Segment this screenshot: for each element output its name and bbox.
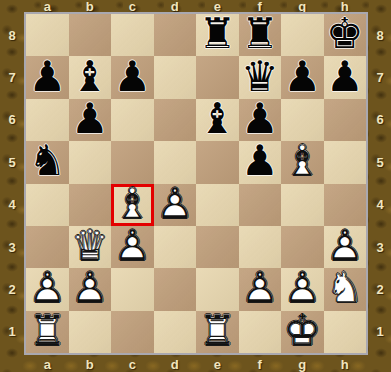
- square-b7[interactable]: ♝: [69, 56, 112, 98]
- square-b6[interactable]: ♟: [69, 99, 112, 141]
- black-rook[interactable]: ♜: [239, 14, 282, 56]
- black-rook-glyph: ♜: [196, 13, 239, 55]
- white-pawn-outline: ♙: [154, 183, 197, 225]
- white-pawn[interactable]: ♟♙: [111, 226, 154, 268]
- square-d1[interactable]: [154, 311, 197, 353]
- black-knight-glyph: ♞: [26, 140, 69, 182]
- black-pawn-glyph: ♟: [239, 140, 282, 182]
- square-g6[interactable]: [281, 99, 324, 141]
- black-knight[interactable]: ♞: [26, 141, 69, 183]
- board: ♜♜♚♟♝♟♛♟♟♟♝♟♞♟♝♗♝♗♟♙♛♕♟♙♟♙♟♙♟♙♟♙♟♙♞♘♜♖♜♖…: [24, 12, 368, 355]
- file-label-b: b: [69, 0, 112, 12]
- square-f3[interactable]: [239, 226, 282, 268]
- square-d3[interactable]: [154, 226, 197, 268]
- black-bishop[interactable]: ♝: [196, 99, 239, 141]
- square-c6[interactable]: [111, 99, 154, 141]
- square-d8[interactable]: [154, 14, 197, 56]
- file-label-a: a: [26, 0, 69, 12]
- square-b1[interactable]: [69, 311, 112, 353]
- square-e3[interactable]: [196, 226, 239, 268]
- file-label-g: g: [281, 0, 324, 12]
- square-e4[interactable]: [196, 184, 239, 226]
- black-pawn[interactable]: ♟: [26, 56, 69, 98]
- square-h1[interactable]: [324, 311, 367, 353]
- file-label-f: f: [239, 356, 282, 372]
- white-pawn[interactable]: ♟♙: [324, 226, 367, 268]
- white-rook-outline: ♖: [196, 310, 239, 352]
- rank-label-5: 5: [0, 141, 24, 183]
- white-knight-outline: ♘: [324, 267, 367, 309]
- square-h8[interactable]: ♚: [324, 14, 367, 56]
- square-h2[interactable]: ♞♘: [324, 268, 367, 310]
- rank-label-3: 3: [0, 226, 24, 268]
- square-c7[interactable]: ♟: [111, 56, 154, 98]
- square-e7[interactable]: [196, 56, 239, 98]
- rank-label-2: 2: [0, 268, 24, 310]
- black-rook-glyph: ♜: [239, 13, 282, 55]
- square-e6[interactable]: ♝: [196, 99, 239, 141]
- square-a4[interactable]: [26, 184, 69, 226]
- square-f1[interactable]: [239, 311, 282, 353]
- white-king[interactable]: ♚♔: [281, 311, 324, 353]
- square-a2[interactable]: ♟♙: [26, 268, 69, 310]
- square-b8[interactable]: [69, 14, 112, 56]
- file-labels-top: abcdefgh: [26, 0, 366, 12]
- square-c1[interactable]: [111, 311, 154, 353]
- rank-label-4: 4: [369, 184, 391, 226]
- white-queen-outline: ♕: [69, 225, 112, 267]
- square-d4[interactable]: ♟♙: [154, 184, 197, 226]
- black-bishop[interactable]: ♝: [69, 56, 112, 98]
- white-pawn-outline: ♙: [239, 267, 282, 309]
- black-rook[interactable]: ♜: [196, 14, 239, 56]
- black-pawn[interactable]: ♟: [239, 141, 282, 183]
- white-pawn-outline: ♙: [69, 267, 112, 309]
- white-queen[interactable]: ♛♕: [69, 226, 112, 268]
- black-pawn-glyph: ♟: [26, 55, 69, 97]
- rank-labels-right: 87654321: [369, 14, 391, 353]
- file-label-e: e: [196, 356, 239, 372]
- square-c4[interactable]: ♝♗: [111, 184, 154, 226]
- white-bishop-outline: ♗: [281, 140, 324, 182]
- square-d7[interactable]: [154, 56, 197, 98]
- square-f5[interactable]: ♟: [239, 141, 282, 183]
- black-pawn[interactable]: ♟: [324, 56, 367, 98]
- white-rook-outline: ♖: [26, 310, 69, 352]
- square-f8[interactable]: ♜: [239, 14, 282, 56]
- black-pawn-glyph: ♟: [69, 98, 112, 140]
- rank-labels-left: 87654321: [0, 14, 24, 353]
- rank-label-8: 8: [369, 14, 391, 56]
- white-pawn[interactable]: ♟♙: [69, 268, 112, 310]
- square-h3[interactable]: ♟♙: [324, 226, 367, 268]
- square-c5[interactable]: [111, 141, 154, 183]
- square-f2[interactable]: ♟♙: [239, 268, 282, 310]
- black-pawn[interactable]: ♟: [281, 56, 324, 98]
- square-a6[interactable]: [26, 99, 69, 141]
- black-pawn-glyph: ♟: [281, 55, 324, 97]
- square-a5[interactable]: ♞: [26, 141, 69, 183]
- white-pawn[interactable]: ♟♙: [154, 184, 197, 226]
- square-g4[interactable]: [281, 184, 324, 226]
- white-rook[interactable]: ♜♖: [196, 311, 239, 353]
- file-label-d: d: [154, 356, 197, 372]
- black-queen-glyph: ♛: [239, 55, 282, 97]
- rank-label-2: 2: [369, 268, 391, 310]
- white-bishop[interactable]: ♝♗: [111, 184, 154, 226]
- square-g3[interactable]: [281, 226, 324, 268]
- chess-app-window: abcdefgh abcdefgh 87654321 87654321 ♜♜♚♟…: [0, 0, 391, 372]
- white-rook[interactable]: ♜♖: [26, 311, 69, 353]
- square-g8[interactable]: [281, 14, 324, 56]
- square-d2[interactable]: [154, 268, 197, 310]
- square-c3[interactable]: ♟♙: [111, 226, 154, 268]
- file-label-c: c: [111, 356, 154, 372]
- file-label-b: b: [69, 356, 112, 372]
- rank-label-1: 1: [369, 311, 391, 353]
- square-g1[interactable]: ♚♔: [281, 311, 324, 353]
- rank-label-1: 1: [0, 311, 24, 353]
- square-h6[interactable]: [324, 99, 367, 141]
- rank-label-8: 8: [0, 14, 24, 56]
- square-d5[interactable]: [154, 141, 197, 183]
- square-b4[interactable]: [69, 184, 112, 226]
- white-pawn[interactable]: ♟♙: [281, 268, 324, 310]
- square-g2[interactable]: ♟♙: [281, 268, 324, 310]
- file-label-g: g: [281, 356, 324, 372]
- file-label-a: a: [26, 356, 69, 372]
- square-e2[interactable]: [196, 268, 239, 310]
- square-c2[interactable]: [111, 268, 154, 310]
- file-label-h: h: [324, 356, 367, 372]
- square-f7[interactable]: ♛: [239, 56, 282, 98]
- square-g7[interactable]: ♟: [281, 56, 324, 98]
- square-h5[interactable]: [324, 141, 367, 183]
- square-a7[interactable]: ♟: [26, 56, 69, 98]
- square-c8[interactable]: [111, 14, 154, 56]
- square-e5[interactable]: [196, 141, 239, 183]
- square-f4[interactable]: [239, 184, 282, 226]
- black-pawn[interactable]: ♟: [111, 56, 154, 98]
- white-bishop-outline: ♗: [111, 183, 154, 225]
- black-pawn-glyph: ♟: [324, 55, 367, 97]
- square-b2[interactable]: ♟♙: [69, 268, 112, 310]
- rank-label-7: 7: [369, 56, 391, 98]
- rank-label-5: 5: [369, 141, 391, 183]
- square-h7[interactable]: ♟: [324, 56, 367, 98]
- square-g5[interactable]: ♝♗: [281, 141, 324, 183]
- white-knight[interactable]: ♞♘: [324, 268, 367, 310]
- rank-label-7: 7: [0, 56, 24, 98]
- white-bishop[interactable]: ♝♗: [281, 141, 324, 183]
- square-f6[interactable]: ♟: [239, 99, 282, 141]
- rank-label-6: 6: [0, 99, 24, 141]
- square-e8[interactable]: ♜: [196, 14, 239, 56]
- white-pawn[interactable]: ♟♙: [239, 268, 282, 310]
- rank-label-6: 6: [369, 99, 391, 141]
- square-b3[interactable]: ♛♕: [69, 226, 112, 268]
- file-label-d: d: [154, 0, 197, 12]
- black-pawn[interactable]: ♟: [69, 99, 112, 141]
- file-labels-bottom: abcdefgh: [26, 356, 366, 372]
- black-pawn-glyph: ♟: [239, 98, 282, 140]
- square-e1[interactable]: ♜♖: [196, 311, 239, 353]
- square-h4[interactable]: [324, 184, 367, 226]
- white-king-outline: ♔: [281, 310, 324, 352]
- white-pawn-outline: ♙: [111, 225, 154, 267]
- black-pawn[interactable]: ♟: [239, 99, 282, 141]
- square-a8[interactable]: [26, 14, 69, 56]
- white-pawn[interactable]: ♟♙: [26, 268, 69, 310]
- black-queen[interactable]: ♛: [239, 56, 282, 98]
- black-king-glyph: ♚: [324, 13, 367, 55]
- square-a1[interactable]: ♜♖: [26, 311, 69, 353]
- black-king[interactable]: ♚: [324, 14, 367, 56]
- white-pawn-outline: ♙: [324, 225, 367, 267]
- black-bishop-glyph: ♝: [196, 98, 239, 140]
- rank-label-4: 4: [0, 184, 24, 226]
- square-a3[interactable]: [26, 226, 69, 268]
- file-label-c: c: [111, 0, 154, 12]
- square-d6[interactable]: [154, 99, 197, 141]
- white-pawn-outline: ♙: [281, 267, 324, 309]
- black-pawn-glyph: ♟: [111, 55, 154, 97]
- square-b5[interactable]: [69, 141, 112, 183]
- rank-label-3: 3: [369, 226, 391, 268]
- black-bishop-glyph: ♝: [69, 55, 112, 97]
- white-pawn-outline: ♙: [26, 267, 69, 309]
